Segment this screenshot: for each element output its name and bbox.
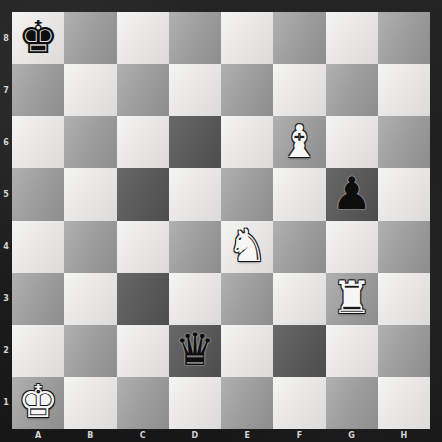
square-c8[interactable]: [117, 12, 169, 64]
square-b6[interactable]: [64, 116, 116, 168]
piece-white-bishop[interactable]: ♝: [279, 119, 319, 164]
square-f1[interactable]: [273, 377, 325, 429]
square-c4[interactable]: [117, 221, 169, 273]
piece-black-king[interactable]: ♚: [18, 15, 58, 60]
square-a7[interactable]: [12, 64, 64, 116]
square-a3[interactable]: [12, 273, 64, 325]
square-g6[interactable]: [326, 116, 378, 168]
square-h3[interactable]: [378, 273, 430, 325]
square-a8[interactable]: ♚: [12, 12, 64, 64]
square-d7[interactable]: [169, 64, 221, 116]
square-c6[interactable]: [117, 116, 169, 168]
square-e8[interactable]: [221, 12, 273, 64]
square-b3[interactable]: [64, 273, 116, 325]
rank-label-5: 5: [0, 168, 12, 220]
piece-white-knight[interactable]: ♞: [227, 223, 267, 268]
square-d2[interactable]: ♛: [169, 325, 221, 377]
square-c2[interactable]: [117, 325, 169, 377]
file-labels: ABCDEFGH: [12, 429, 430, 442]
square-f3[interactable]: [273, 273, 325, 325]
square-b8[interactable]: [64, 12, 116, 64]
piece-black-pawn[interactable]: ♟: [331, 171, 371, 216]
piece-white-rook[interactable]: ♜: [331, 275, 371, 320]
square-d4[interactable]: [169, 221, 221, 273]
square-d3[interactable]: [169, 273, 221, 325]
square-g1[interactable]: [326, 377, 378, 429]
rank-label-3: 3: [0, 273, 12, 325]
square-e7[interactable]: [221, 64, 273, 116]
square-b5[interactable]: [64, 168, 116, 220]
file-label-c: C: [117, 429, 169, 442]
square-b1[interactable]: [64, 377, 116, 429]
square-e6[interactable]: [221, 116, 273, 168]
square-b2[interactable]: [64, 325, 116, 377]
square-c3[interactable]: [117, 273, 169, 325]
square-d1[interactable]: [169, 377, 221, 429]
piece-black-queen[interactable]: ♛: [175, 327, 215, 372]
square-h8[interactable]: [378, 12, 430, 64]
square-f8[interactable]: [273, 12, 325, 64]
square-a1[interactable]: ♚: [12, 377, 64, 429]
square-g5[interactable]: ♟: [326, 168, 378, 220]
square-b4[interactable]: [64, 221, 116, 273]
square-h4[interactable]: [378, 221, 430, 273]
rank-label-4: 4: [0, 221, 12, 273]
square-f6[interactable]: ♝: [273, 116, 325, 168]
file-label-b: B: [64, 429, 116, 442]
square-h1[interactable]: [378, 377, 430, 429]
square-a5[interactable]: [12, 168, 64, 220]
rank-label-7: 7: [0, 64, 12, 116]
chess-board-frame: 87654321 ABCDEFGH ♚♝♟♞♜♛♚: [0, 0, 442, 442]
file-label-h: H: [378, 429, 430, 442]
square-f7[interactable]: [273, 64, 325, 116]
square-e1[interactable]: [221, 377, 273, 429]
file-label-g: G: [326, 429, 378, 442]
square-f4[interactable]: [273, 221, 325, 273]
square-g4[interactable]: [326, 221, 378, 273]
square-d8[interactable]: [169, 12, 221, 64]
rank-label-1: 1: [0, 377, 12, 429]
file-label-e: E: [221, 429, 273, 442]
square-a2[interactable]: [12, 325, 64, 377]
square-e4[interactable]: ♞: [221, 221, 273, 273]
file-label-a: A: [12, 429, 64, 442]
square-h6[interactable]: [378, 116, 430, 168]
square-a4[interactable]: [12, 221, 64, 273]
square-h2[interactable]: [378, 325, 430, 377]
square-c5[interactable]: [117, 168, 169, 220]
piece-white-king[interactable]: ♚: [18, 379, 58, 424]
rank-labels: 87654321: [0, 12, 12, 429]
square-c1[interactable]: [117, 377, 169, 429]
rank-label-8: 8: [0, 12, 12, 64]
square-f5[interactable]: [273, 168, 325, 220]
square-d5[interactable]: [169, 168, 221, 220]
square-h7[interactable]: [378, 64, 430, 116]
square-e5[interactable]: [221, 168, 273, 220]
square-a6[interactable]: [12, 116, 64, 168]
file-label-d: D: [169, 429, 221, 442]
square-h5[interactable]: [378, 168, 430, 220]
rank-label-6: 6: [0, 116, 12, 168]
square-b7[interactable]: [64, 64, 116, 116]
square-e2[interactable]: [221, 325, 273, 377]
square-g8[interactable]: [326, 12, 378, 64]
square-e3[interactable]: [221, 273, 273, 325]
square-f2[interactable]: [273, 325, 325, 377]
square-g7[interactable]: [326, 64, 378, 116]
square-g3[interactable]: ♜: [326, 273, 378, 325]
chess-board: ♚♝♟♞♜♛♚: [12, 12, 430, 429]
file-label-f: F: [273, 429, 325, 442]
square-g2[interactable]: [326, 325, 378, 377]
square-c7[interactable]: [117, 64, 169, 116]
rank-label-2: 2: [0, 325, 12, 377]
square-d6[interactable]: [169, 116, 221, 168]
